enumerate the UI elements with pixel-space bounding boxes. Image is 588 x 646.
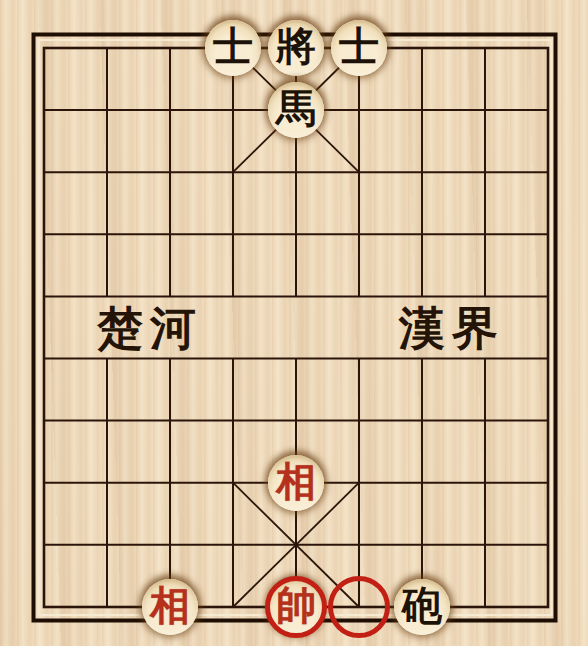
piece-black-advisor-f0[interactable]: 士 [331, 20, 387, 76]
river-label-han-jie: 漢界 [399, 302, 505, 356]
xiangqi-board-screen: 楚河 漢界 士將士馬相相帥砲 [0, 0, 588, 646]
piece-red-elephant-e7[interactable]: 相 [268, 455, 324, 511]
piece-glyph: 馬 [276, 89, 316, 129]
piece-black-advisor-d0[interactable]: 士 [205, 20, 261, 76]
piece-black-general-e0[interactable]: 將 [268, 20, 324, 76]
piece-glyph: 相 [276, 462, 316, 502]
piece-glyph: 砲 [402, 586, 442, 626]
piece-glyph: 將 [276, 27, 316, 67]
piece-glyph: 相 [150, 586, 190, 626]
piece-glyph: 士 [213, 27, 253, 67]
river-label-chu-he: 楚河 [97, 302, 203, 356]
piece-black-cannon-g9[interactable]: 砲 [394, 579, 450, 635]
piece-black-horse-e1[interactable]: 馬 [268, 82, 324, 138]
piece-glyph: 士 [339, 27, 379, 67]
piece-red-elephant-c9[interactable]: 相 [142, 579, 198, 635]
last-move-origin-ring-f9 [328, 576, 390, 638]
last-move-destination-ring-e9 [265, 576, 327, 638]
